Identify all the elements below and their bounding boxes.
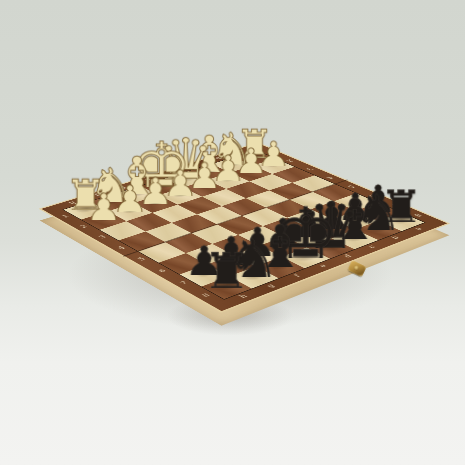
chess-board: aa88bb77cc66dd55ee44ff33gg22hh11♜♞♝♛♚♝♞♜… <box>41 143 447 311</box>
white-rook-a1: ♜ <box>218 80 291 158</box>
product-photo-stage: aa88bb77cc66dd55ee44ff33gg22hh11♜♞♝♛♚♝♞♜… <box>0 0 465 465</box>
scene: aa88bb77cc66dd55ee44ff33gg22hh11♜♞♝♛♚♝♞♜… <box>0 0 465 465</box>
coord-label-b: b <box>387 234 405 241</box>
coord-label-7: 7 <box>386 202 403 209</box>
coord-label-b: b <box>211 156 227 162</box>
coord-label-1: 1 <box>57 213 74 220</box>
